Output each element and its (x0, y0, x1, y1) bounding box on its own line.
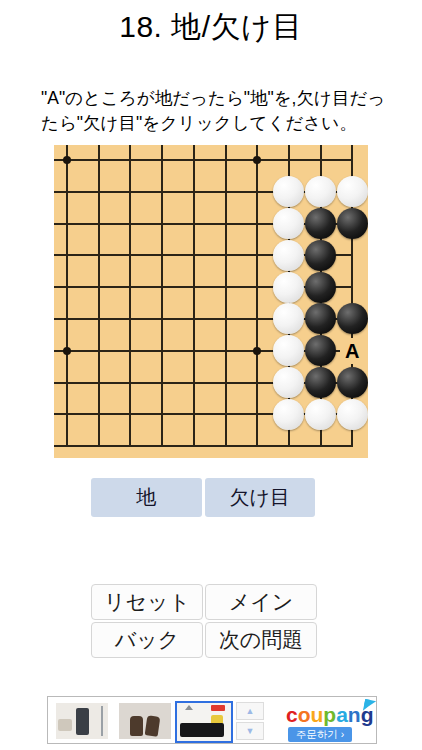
board-point-c3r8 (115, 367, 147, 399)
lamp-icon (185, 705, 193, 710)
boot-shape (145, 715, 161, 737)
board-point-c4r10 (146, 430, 178, 458)
ad-thumbnail-boots[interactable] (119, 703, 171, 739)
board-point-c5r4 (178, 240, 210, 272)
board-point-c5r6 (178, 303, 210, 335)
white-stone (273, 272, 304, 303)
board-point-c4r5 (146, 271, 178, 303)
board-point-c8r7 (273, 335, 305, 367)
board-point-c9r9 (305, 398, 337, 430)
board-point-c9r5 (305, 271, 337, 303)
board-point-c7r9 (241, 398, 273, 430)
board-point-c4r3 (146, 208, 178, 240)
brand-letter: a (336, 703, 348, 726)
black-stone (337, 367, 368, 398)
brand-letter: o (298, 703, 311, 726)
board-point-c5r5 (178, 271, 210, 303)
ad-banner[interactable]: ▲ ▼ coupang 주문하기 › (47, 696, 377, 744)
black-stone (305, 240, 336, 271)
stones-layer: A (54, 145, 368, 458)
board-point-c9r1 (305, 145, 337, 176)
pants-shape (76, 708, 89, 735)
brand-letter: n (348, 703, 361, 726)
board-point-c2r6 (83, 303, 115, 335)
false-eye-button[interactable]: 欠け目 (205, 478, 316, 517)
nav-button-grid: リセット メイン バック 次の問題 (91, 584, 317, 658)
board-point-c8r2 (273, 176, 305, 208)
board-point-c4r2 (146, 176, 178, 208)
ad-carousel-arrows: ▲ ▼ (236, 702, 264, 740)
white-stone (337, 399, 368, 430)
board-point-c7r1 (241, 145, 273, 176)
board-point-c6r1 (210, 145, 242, 176)
carousel-down-button[interactable]: ▼ (236, 722, 264, 740)
white-stone (337, 176, 368, 207)
board-point-c10r1 (336, 145, 368, 176)
sofa-shape (58, 719, 72, 731)
board-point-c10r9 (336, 398, 368, 430)
black-stone (305, 272, 336, 303)
board-point-c10r3 (336, 208, 368, 240)
back-button[interactable]: バック (91, 622, 203, 658)
board-point-c10r6 (336, 303, 368, 335)
board-point-c5r10 (178, 430, 210, 458)
board-point-c1r6 (54, 303, 83, 335)
black-stone (305, 208, 336, 239)
board-point-c2r8 (83, 367, 115, 399)
board-point-c8r5 (273, 271, 305, 303)
board-point-c3r1 (115, 145, 147, 176)
answer-button-row: 地 欠け目 (91, 478, 315, 517)
board-point-c10r4 (336, 240, 368, 272)
board-point-c8r3 (273, 208, 305, 240)
board-point-c6r8 (210, 367, 242, 399)
board-point-c7r6 (241, 303, 273, 335)
board-point-c1r2 (54, 176, 83, 208)
sale-badge (211, 705, 225, 711)
board-point-c6r4 (210, 240, 242, 272)
board-point-c5r3 (178, 208, 210, 240)
board-point-c4r1 (146, 145, 178, 176)
board-point-c5r8 (178, 367, 210, 399)
main-button[interactable]: メイン (205, 584, 317, 620)
brand-letter: u (311, 703, 324, 726)
carousel-up-button[interactable]: ▲ (236, 702, 264, 720)
board-point-c4r6 (146, 303, 178, 335)
board-point-c9r8 (305, 367, 337, 399)
brand-letter: c (286, 703, 298, 726)
board-point-c7r7 (241, 335, 273, 367)
board-point-c9r2 (305, 176, 337, 208)
go-board: A (54, 145, 368, 458)
white-stone (305, 176, 336, 207)
instructions-line-1: "A"のところが地だったら"地"を,欠け目だっ (41, 86, 389, 111)
board-point-c7r10 (241, 430, 273, 458)
board-point-c10r5 (336, 271, 368, 303)
board-point-c6r3 (210, 208, 242, 240)
board-point-c5r1 (178, 145, 210, 176)
board-point-c8r4 (273, 240, 305, 272)
reset-button[interactable]: リセット (91, 584, 203, 620)
next-problem-button[interactable]: 次の問題 (205, 622, 317, 658)
board-point-c4r9 (146, 398, 178, 430)
board-point-c1r10 (54, 430, 83, 458)
board-point-c2r4 (83, 240, 115, 272)
coupang-plane-icon (363, 699, 376, 713)
ad-thumbnail-bench-selected[interactable] (175, 701, 233, 743)
black-stone (337, 208, 368, 239)
board-point-c9r3 (305, 208, 337, 240)
board-point-c2r3 (83, 208, 115, 240)
board-point-c8r9 (273, 398, 305, 430)
board-point-c10r10 (336, 430, 368, 458)
bench-shape (180, 723, 224, 737)
order-button[interactable]: 주문하기 › (288, 727, 352, 742)
board-point-c1r9 (54, 398, 83, 430)
board-point-c1r1 (54, 145, 83, 176)
white-stone (305, 399, 336, 430)
board-point-c5r9 (178, 398, 210, 430)
coupang-logo[interactable]: coupang (286, 705, 372, 725)
board-point-c2r9 (83, 398, 115, 430)
board-point-c7r3 (241, 208, 273, 240)
white-stone (273, 399, 304, 430)
board-point-c4r8 (146, 367, 178, 399)
rack-shape (101, 706, 103, 736)
board-point-c5r7 (178, 335, 210, 367)
board-point-c3r10 (115, 430, 147, 458)
board-point-c1r7 (54, 335, 83, 367)
board-point-c6r9 (210, 398, 242, 430)
page-title: 18. 地/欠け目 (0, 7, 422, 48)
territory-button[interactable]: 地 (91, 478, 202, 517)
board-point-c2r1 (83, 145, 115, 176)
board-point-c1r8 (54, 367, 83, 399)
board-point-c6r10 (210, 430, 242, 458)
instructions-line-2: たら"欠け目"をクリックしてください。 (41, 111, 389, 136)
black-stone (305, 303, 336, 334)
board-point-c7r2 (241, 176, 273, 208)
point-label-a: A (340, 338, 364, 364)
board-point-c6r6 (210, 303, 242, 335)
board-point-c9r7 (305, 335, 337, 367)
white-stone (273, 303, 304, 334)
boot-shape (130, 716, 143, 736)
white-stone (273, 367, 304, 398)
white-stone (273, 176, 304, 207)
board-point-c6r5 (210, 271, 242, 303)
board-point-c2r10 (83, 430, 115, 458)
black-stone (305, 335, 336, 366)
board-point-c4r4 (146, 240, 178, 272)
board-point-c5r2 (178, 176, 210, 208)
black-stone (337, 303, 368, 334)
board-point-c1r4 (54, 240, 83, 272)
board-point-c3r6 (115, 303, 147, 335)
app-screen: 18. 地/欠け目 "A"のところが地だったら"地"を,欠け目だっ たら"欠け目… (0, 0, 422, 750)
board-point-c7r5 (241, 271, 273, 303)
board-point-c1r5 (54, 271, 83, 303)
board-point-c9r4 (305, 240, 337, 272)
board-point-c8r10 (273, 430, 305, 458)
board-point-c9r10 (305, 430, 337, 458)
board-point-c3r4 (115, 240, 147, 272)
board-point-c7r4 (241, 240, 273, 272)
board-point-c2r2 (83, 176, 115, 208)
board-point-c2r5 (83, 271, 115, 303)
board-point-c2r7 (83, 335, 115, 367)
board-point-c3r7 (115, 335, 147, 367)
board-point-c8r6 (273, 303, 305, 335)
board-point-c3r9 (115, 398, 147, 430)
brand-letter: p (323, 703, 336, 726)
black-stone (305, 367, 336, 398)
board-point-c3r5 (115, 271, 147, 303)
board-point-c3r3 (115, 208, 147, 240)
board-point-c10r7: A (336, 335, 368, 367)
board-point-c9r6 (305, 303, 337, 335)
board-point-c1r3 (54, 208, 83, 240)
white-stone (273, 240, 304, 271)
board-point-c10r8 (336, 367, 368, 399)
instructions-text: "A"のところが地だったら"地"を,欠け目だっ たら"欠け目"をクリックしてくだ… (41, 86, 389, 137)
board-point-c10r2 (336, 176, 368, 208)
board-point-c3r2 (115, 176, 147, 208)
board-point-c8r8 (273, 367, 305, 399)
board-point-c6r2 (210, 176, 242, 208)
board-point-c4r7 (146, 335, 178, 367)
ad-thumbnail-pants[interactable] (56, 703, 108, 739)
board-point-c8r1 (273, 145, 305, 176)
board-point-c7r8 (241, 367, 273, 399)
board-point-c6r7 (210, 335, 242, 367)
white-stone (273, 335, 304, 366)
white-stone (273, 208, 304, 239)
